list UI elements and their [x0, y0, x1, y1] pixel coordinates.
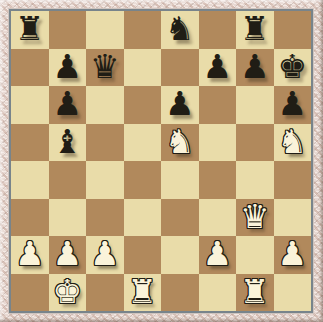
piece-black-pawn[interactable]: ♟ [240, 50, 270, 83]
square-h6[interactable]: ♟ [274, 86, 312, 124]
square-a1[interactable] [11, 274, 49, 312]
square-b4[interactable] [49, 161, 87, 199]
chess-board: ♜♞♜♟♛♟♟♚♟♟♟♝♞♞♛♟♟♟♟♟♚♜♜ [11, 11, 311, 311]
square-f2[interactable]: ♟ [199, 236, 237, 274]
square-a7[interactable] [11, 49, 49, 87]
piece-black-queen[interactable]: ♛ [90, 50, 120, 83]
square-d4[interactable] [124, 161, 162, 199]
square-h2[interactable]: ♟ [274, 236, 312, 274]
square-b5[interactable]: ♝ [49, 124, 87, 162]
piece-white-pawn[interactable]: ♟ [90, 237, 120, 270]
square-h7[interactable]: ♚ [274, 49, 312, 87]
square-d7[interactable] [124, 49, 162, 87]
board-border: ♜♞♜♟♛♟♟♚♟♟♟♝♞♞♛♟♟♟♟♟♚♜♜ [9, 9, 313, 313]
chess-board-screenshot: ♜♞♜♟♛♟♟♚♟♟♟♝♞♞♛♟♟♟♟♟♚♜♜ [0, 0, 323, 322]
square-f8[interactable] [199, 11, 237, 49]
piece-white-pawn[interactable]: ♟ [202, 237, 232, 270]
piece-white-king[interactable]: ♚ [52, 275, 82, 308]
square-d6[interactable] [124, 86, 162, 124]
square-b2[interactable]: ♟ [49, 236, 87, 274]
square-e6[interactable]: ♟ [161, 86, 199, 124]
square-a3[interactable] [11, 199, 49, 237]
piece-white-queen[interactable]: ♛ [240, 200, 270, 233]
square-a8[interactable]: ♜ [11, 11, 49, 49]
piece-black-bishop[interactable]: ♝ [52, 125, 82, 158]
square-g3[interactable]: ♛ [236, 199, 274, 237]
square-d3[interactable] [124, 199, 162, 237]
square-b1[interactable]: ♚ [49, 274, 87, 312]
square-g7[interactable]: ♟ [236, 49, 274, 87]
square-f6[interactable] [199, 86, 237, 124]
square-b6[interactable]: ♟ [49, 86, 87, 124]
square-a4[interactable] [11, 161, 49, 199]
piece-black-rook[interactable]: ♜ [15, 12, 45, 45]
square-g4[interactable] [236, 161, 274, 199]
piece-white-rook[interactable]: ♜ [127, 275, 157, 308]
piece-black-king[interactable]: ♚ [277, 50, 307, 83]
square-h1[interactable] [274, 274, 312, 312]
square-b3[interactable] [49, 199, 87, 237]
square-a6[interactable] [11, 86, 49, 124]
piece-white-knight[interactable]: ♞ [277, 125, 307, 158]
square-a2[interactable]: ♟ [11, 236, 49, 274]
square-e7[interactable] [161, 49, 199, 87]
square-e4[interactable] [161, 161, 199, 199]
piece-white-pawn[interactable]: ♟ [15, 237, 45, 270]
square-f7[interactable]: ♟ [199, 49, 237, 87]
square-h3[interactable] [274, 199, 312, 237]
square-c4[interactable] [86, 161, 124, 199]
piece-black-rook[interactable]: ♜ [240, 12, 270, 45]
square-c2[interactable]: ♟ [86, 236, 124, 274]
square-e8[interactable]: ♞ [161, 11, 199, 49]
square-d8[interactable] [124, 11, 162, 49]
piece-white-knight[interactable]: ♞ [165, 125, 195, 158]
square-c1[interactable] [86, 274, 124, 312]
marble-frame: ♜♞♜♟♛♟♟♚♟♟♟♝♞♞♛♟♟♟♟♟♚♜♜ [0, 0, 323, 322]
square-b8[interactable] [49, 11, 87, 49]
square-f3[interactable] [199, 199, 237, 237]
square-d1[interactable]: ♜ [124, 274, 162, 312]
square-f1[interactable] [199, 274, 237, 312]
square-h5[interactable]: ♞ [274, 124, 312, 162]
square-e1[interactable] [161, 274, 199, 312]
square-d2[interactable] [124, 236, 162, 274]
square-c5[interactable] [86, 124, 124, 162]
square-e3[interactable] [161, 199, 199, 237]
square-h4[interactable] [274, 161, 312, 199]
square-h8[interactable] [274, 11, 312, 49]
square-f5[interactable] [199, 124, 237, 162]
piece-white-pawn[interactable]: ♟ [277, 237, 307, 270]
square-a5[interactable] [11, 124, 49, 162]
piece-black-pawn[interactable]: ♟ [277, 87, 307, 120]
piece-black-knight[interactable]: ♞ [165, 12, 195, 45]
piece-black-pawn[interactable]: ♟ [52, 87, 82, 120]
square-g5[interactable] [236, 124, 274, 162]
square-e2[interactable] [161, 236, 199, 274]
piece-black-pawn[interactable]: ♟ [165, 87, 195, 120]
square-c8[interactable] [86, 11, 124, 49]
square-e5[interactable]: ♞ [161, 124, 199, 162]
square-d5[interactable] [124, 124, 162, 162]
square-c6[interactable] [86, 86, 124, 124]
square-c3[interactable] [86, 199, 124, 237]
piece-black-pawn[interactable]: ♟ [52, 50, 82, 83]
square-g2[interactable] [236, 236, 274, 274]
square-b7[interactable]: ♟ [49, 49, 87, 87]
piece-black-pawn[interactable]: ♟ [202, 50, 232, 83]
piece-white-pawn[interactable]: ♟ [52, 237, 82, 270]
square-g8[interactable]: ♜ [236, 11, 274, 49]
square-c7[interactable]: ♛ [86, 49, 124, 87]
piece-white-rook[interactable]: ♜ [240, 275, 270, 308]
square-g1[interactable]: ♜ [236, 274, 274, 312]
square-f4[interactable] [199, 161, 237, 199]
square-g6[interactable] [236, 86, 274, 124]
